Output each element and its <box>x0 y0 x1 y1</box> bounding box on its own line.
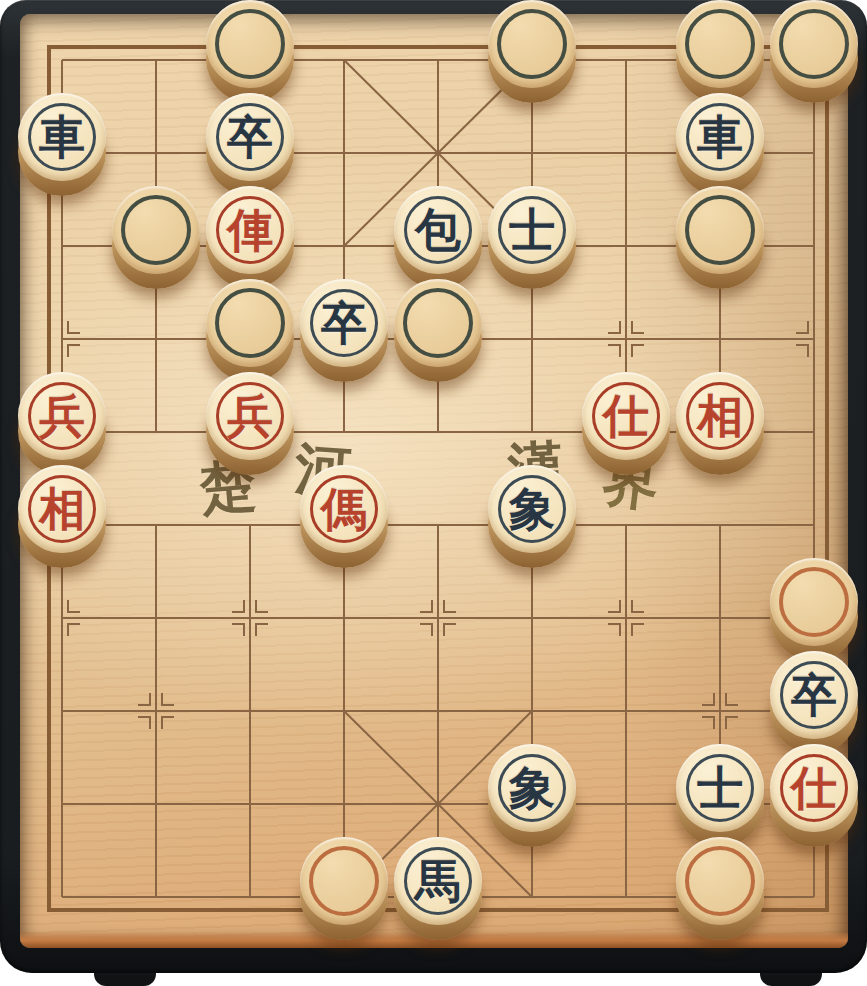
piece-glyph: 俥 <box>227 207 273 253</box>
piece-red-chariot[interactable]: 俥 <box>206 186 294 274</box>
piece-red-face-down[interactable] <box>770 558 858 646</box>
piece-face: 士 <box>676 744 764 832</box>
piece-face: 俥 <box>206 186 294 274</box>
piece-face: 兵 <box>18 372 106 460</box>
piece-black-pawn[interactable]: 卒 <box>770 651 858 739</box>
piece-face: 仕 <box>770 744 858 832</box>
piece-glyph: 仕 <box>603 393 649 439</box>
piece-black-face-down[interactable] <box>676 186 764 274</box>
piece-glyph: 相 <box>39 486 85 532</box>
piece-black-face-down[interactable] <box>394 279 482 367</box>
piece-glyph: 車 <box>39 114 85 160</box>
piece-black-face-down[interactable] <box>770 0 858 88</box>
piece-black-advisor[interactable]: 士 <box>488 186 576 274</box>
pieces-layer: 車卒車俥包士卒兵兵仕相相傌象卒象士仕馬 <box>0 0 867 986</box>
piece-glyph: 卒 <box>321 300 367 346</box>
piece-red-pawn[interactable]: 兵 <box>18 372 106 460</box>
piece-black-chariot[interactable]: 車 <box>18 93 106 181</box>
piece-face: 士 <box>488 186 576 274</box>
piece-black-advisor[interactable]: 士 <box>676 744 764 832</box>
piece-face: 傌 <box>300 465 388 553</box>
xiangqi-board: 楚 河 漢 界 車卒車俥包士卒兵兵仕相相傌象卒象士仕馬 <box>0 0 867 986</box>
piece-face <box>676 0 764 88</box>
piece-face: 象 <box>488 465 576 553</box>
piece-face: 兵 <box>206 372 294 460</box>
piece-face <box>300 837 388 925</box>
piece-face <box>488 0 576 88</box>
piece-face: 卒 <box>300 279 388 367</box>
piece-glyph: 仕 <box>791 765 837 811</box>
piece-red-elephant[interactable]: 相 <box>18 465 106 553</box>
piece-red-advisor[interactable]: 仕 <box>582 372 670 460</box>
piece-face <box>394 279 482 367</box>
piece-red-face-down[interactable] <box>676 837 764 925</box>
piece-black-pawn[interactable]: 卒 <box>300 279 388 367</box>
piece-face: 卒 <box>770 651 858 739</box>
piece-black-face-down[interactable] <box>112 186 200 274</box>
piece-red-elephant[interactable]: 相 <box>676 372 764 460</box>
piece-glyph: 卒 <box>227 114 273 160</box>
piece-face: 馬 <box>394 837 482 925</box>
piece-black-pawn[interactable]: 卒 <box>206 93 294 181</box>
piece-glyph: 士 <box>509 207 555 253</box>
piece-face: 卒 <box>206 93 294 181</box>
piece-black-cannon[interactable]: 包 <box>394 186 482 274</box>
piece-black-face-down[interactable] <box>676 0 764 88</box>
piece-face <box>112 186 200 274</box>
piece-red-face-down[interactable] <box>300 837 388 925</box>
piece-glyph: 象 <box>509 765 555 811</box>
piece-glyph: 卒 <box>791 672 837 718</box>
piece-glyph: 象 <box>509 486 555 532</box>
piece-black-elephant[interactable]: 象 <box>488 465 576 553</box>
piece-glyph: 傌 <box>321 486 367 532</box>
piece-face: 仕 <box>582 372 670 460</box>
piece-face <box>770 0 858 88</box>
piece-face: 相 <box>18 465 106 553</box>
piece-face <box>206 0 294 88</box>
piece-black-face-down[interactable] <box>206 0 294 88</box>
piece-black-elephant[interactable]: 象 <box>488 744 576 832</box>
piece-red-pawn[interactable]: 兵 <box>206 372 294 460</box>
piece-face: 相 <box>676 372 764 460</box>
piece-face <box>206 279 294 367</box>
piece-black-horse[interactable]: 馬 <box>394 837 482 925</box>
piece-black-chariot[interactable]: 車 <box>676 93 764 181</box>
piece-glyph: 馬 <box>415 858 461 904</box>
piece-face: 車 <box>18 93 106 181</box>
piece-glyph: 兵 <box>227 393 273 439</box>
piece-black-face-down[interactable] <box>488 0 576 88</box>
piece-glyph: 車 <box>697 114 743 160</box>
piece-face <box>676 837 764 925</box>
piece-red-horse[interactable]: 傌 <box>300 465 388 553</box>
piece-glyph: 相 <box>697 393 743 439</box>
piece-glyph: 包 <box>415 207 461 253</box>
piece-black-face-down[interactable] <box>206 279 294 367</box>
piece-face <box>676 186 764 274</box>
piece-face <box>770 558 858 646</box>
piece-face: 包 <box>394 186 482 274</box>
piece-glyph: 兵 <box>39 393 85 439</box>
piece-glyph: 士 <box>697 765 743 811</box>
piece-red-advisor[interactable]: 仕 <box>770 744 858 832</box>
piece-face: 車 <box>676 93 764 181</box>
piece-face: 象 <box>488 744 576 832</box>
